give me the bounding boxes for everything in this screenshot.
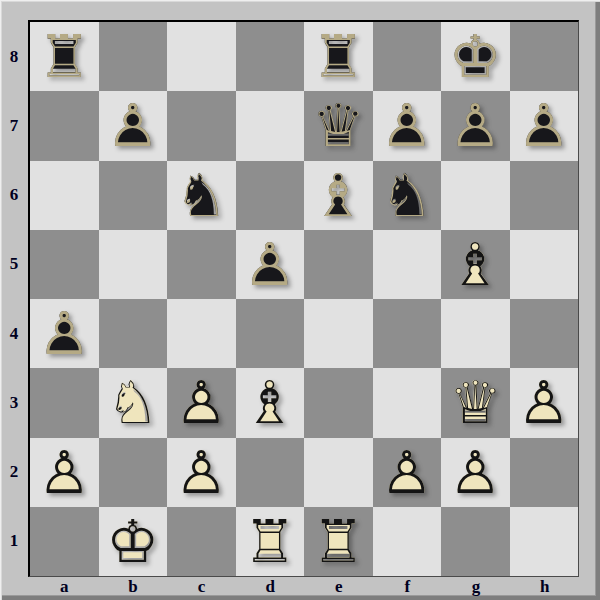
piece-white-knight-b3[interactable]: ♞♘ [99,368,168,437]
rank-label-3: 3 [0,368,28,437]
piece-black-pawn-a4[interactable]: ♟♙ [30,299,99,368]
square-d2[interactable] [236,438,305,507]
piece-black-pawn-g7[interactable]: ♟♙ [441,91,510,160]
square-f4[interactable] [373,299,442,368]
square-a1[interactable] [30,507,99,576]
square-d5[interactable]: ♟♙ [236,230,305,299]
square-b3[interactable]: ♞♘ [99,368,168,437]
piece-white-pawn-h3[interactable]: ♟♙ [510,368,579,437]
square-f1[interactable] [373,507,442,576]
black-rook-glyph-outline: ♖ [30,22,99,91]
square-a7[interactable] [30,91,99,160]
piece-white-pawn-c2[interactable]: ♟♙ [167,438,236,507]
square-g7[interactable]: ♟♙ [441,91,510,160]
file-label-a: a [30,577,99,597]
piece-white-rook-d1[interactable]: ♜♖ [236,507,305,576]
square-h7[interactable]: ♟♙ [510,91,579,160]
square-b7[interactable]: ♟♙ [99,91,168,160]
square-e4[interactable] [304,299,373,368]
square-e1[interactable]: ♜♖ [304,507,373,576]
rank-label-5: 5 [0,230,28,299]
square-h8[interactable] [510,22,579,91]
square-e2[interactable] [304,438,373,507]
square-b5[interactable] [99,230,168,299]
square-a3[interactable] [30,368,99,437]
piece-black-pawn-f7[interactable]: ♟♙ [373,91,442,160]
piece-white-pawn-f2[interactable]: ♟♙ [373,438,442,507]
square-b8[interactable] [99,22,168,91]
black-pawn-glyph-outline: ♙ [236,230,305,299]
piece-black-rook-a8[interactable]: ♜♖ [30,22,99,91]
rank-label-2: 2 [0,438,28,507]
white-knight-glyph-outline: ♘ [99,368,168,437]
white-pawn-glyph-outline: ♙ [167,438,236,507]
square-f8[interactable] [373,22,442,91]
square-h3[interactable]: ♟♙ [510,368,579,437]
file-labels: abcdefgh [30,577,579,597]
square-c6[interactable]: ♞♘ [167,161,236,230]
square-f6[interactable]: ♞♘ [373,161,442,230]
square-f5[interactable] [373,230,442,299]
white-pawn-glyph-outline: ♙ [510,368,579,437]
white-king-glyph-outline: ♔ [99,507,168,576]
black-pawn-glyph-outline: ♙ [373,91,442,160]
square-c5[interactable] [167,230,236,299]
black-knight-glyph-outline: ♘ [373,161,442,230]
black-pawn-glyph-outline: ♙ [99,91,168,160]
square-a4[interactable]: ♟♙ [30,299,99,368]
piece-black-pawn-h7[interactable]: ♟♙ [510,91,579,160]
square-g5[interactable]: ♝♗ [441,230,510,299]
piece-black-king-g8[interactable]: ♚♔ [441,22,510,91]
black-rook-glyph-outline: ♖ [304,22,373,91]
piece-white-pawn-a2[interactable]: ♟♙ [30,438,99,507]
square-d3[interactable]: ♝♗ [236,368,305,437]
piece-white-queen-g3[interactable]: ♛♕ [441,368,510,437]
square-g1[interactable] [441,507,510,576]
square-c4[interactable] [167,299,236,368]
rank-labels: 87654321 [0,22,28,576]
black-bishop-glyph-outline: ♗ [304,161,373,230]
white-rook-glyph-outline: ♖ [236,507,305,576]
square-a5[interactable] [30,230,99,299]
piece-white-bishop-d3[interactable]: ♝♗ [236,368,305,437]
square-c8[interactable] [167,22,236,91]
white-pawn-glyph-outline: ♙ [441,438,510,507]
file-label-g: g [442,577,511,597]
white-pawn-glyph-outline: ♙ [30,438,99,507]
file-label-b: b [99,577,168,597]
square-c1[interactable] [167,507,236,576]
file-label-e: e [305,577,374,597]
piece-black-pawn-b7[interactable]: ♟♙ [99,91,168,160]
black-pawn-glyph-outline: ♙ [30,299,99,368]
black-pawn-glyph-outline: ♙ [441,91,510,160]
square-h4[interactable] [510,299,579,368]
square-f2[interactable]: ♟♙ [373,438,442,507]
white-rook-glyph-outline: ♖ [304,507,373,576]
square-a8[interactable]: ♜♖ [30,22,99,91]
square-b6[interactable] [99,161,168,230]
piece-white-king-b1[interactable]: ♚♔ [99,507,168,576]
square-d1[interactable]: ♜♖ [236,507,305,576]
square-b2[interactable] [99,438,168,507]
square-c2[interactable]: ♟♙ [167,438,236,507]
file-label-f: f [373,577,442,597]
square-e5[interactable] [304,230,373,299]
piece-black-rook-e8[interactable]: ♜♖ [304,22,373,91]
square-d6[interactable] [236,161,305,230]
white-pawn-glyph-outline: ♙ [167,368,236,437]
square-f7[interactable]: ♟♙ [373,91,442,160]
square-e7[interactable]: ♛♕ [304,91,373,160]
diagram-frame: 87654321 ♜♖♜♖♚♔♟♙♛♕♟♙♟♙♟♙♞♘♝♗♞♘♟♙♝♗♟♙♞♘♟… [0,0,600,600]
square-c3[interactable]: ♟♙ [167,368,236,437]
square-a2[interactable]: ♟♙ [30,438,99,507]
black-knight-glyph-outline: ♘ [167,161,236,230]
file-label-d: d [236,577,305,597]
rank-label-1: 1 [0,507,28,576]
square-h2[interactable] [510,438,579,507]
square-a6[interactable] [30,161,99,230]
square-d4[interactable] [236,299,305,368]
piece-white-bishop-g5[interactable]: ♝♗ [441,230,510,299]
square-e8[interactable]: ♜♖ [304,22,373,91]
black-pawn-glyph-outline: ♙ [510,91,579,160]
chess-board[interactable]: ♜♖♜♖♚♔♟♙♛♕♟♙♟♙♟♙♞♘♝♗♞♘♟♙♝♗♟♙♞♘♟♙♝♗♛♕♟♙♟♙… [28,20,579,577]
square-g6[interactable] [441,161,510,230]
white-bishop-glyph-outline: ♗ [236,368,305,437]
white-pawn-glyph-outline: ♙ [373,438,442,507]
piece-white-pawn-g2[interactable]: ♟♙ [441,438,510,507]
black-king-glyph-outline: ♔ [441,22,510,91]
square-g8[interactable]: ♚♔ [441,22,510,91]
piece-white-rook-e1[interactable]: ♜♖ [304,507,373,576]
square-h6[interactable] [510,161,579,230]
rank-label-4: 4 [0,299,28,368]
rank-label-8: 8 [0,22,28,91]
white-bishop-glyph-outline: ♗ [441,230,510,299]
square-b1[interactable]: ♚♔ [99,507,168,576]
square-e3[interactable] [304,368,373,437]
piece-black-knight-c6[interactable]: ♞♘ [167,161,236,230]
rank-label-6: 6 [0,161,28,230]
square-h5[interactable] [510,230,579,299]
square-d8[interactable] [236,22,305,91]
piece-black-pawn-d5[interactable]: ♟♙ [236,230,305,299]
square-g2[interactable]: ♟♙ [441,438,510,507]
file-label-c: c [167,577,236,597]
rank-label-7: 7 [0,91,28,160]
white-queen-glyph-outline: ♕ [441,368,510,437]
file-label-h: h [510,577,579,597]
piece-white-pawn-c3[interactable]: ♟♙ [167,368,236,437]
square-b4[interactable] [99,299,168,368]
square-g4[interactable] [441,299,510,368]
piece-black-knight-f6[interactable]: ♞♘ [373,161,442,230]
square-g3[interactable]: ♛♕ [441,368,510,437]
square-f3[interactable] [373,368,442,437]
piece-black-queen-e7[interactable]: ♛♕ [304,91,373,160]
square-c7[interactable] [167,91,236,160]
square-h1[interactable] [510,507,579,576]
square-d7[interactable] [236,91,305,160]
square-e6[interactable]: ♝♗ [304,161,373,230]
piece-black-bishop-e6[interactable]: ♝♗ [304,161,373,230]
black-queen-glyph-outline: ♕ [304,91,373,160]
